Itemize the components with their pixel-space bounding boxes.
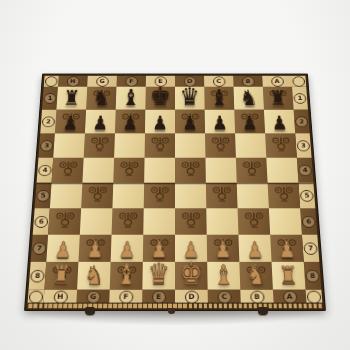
scene: HGFEDCBA1♜ ♞♝ ♚♛ ♝♞ ♜12: [0, 0, 350, 350]
light-rook-a8[interactable]: ♜: [272, 264, 306, 289]
square-e3[interactable]: [145, 133, 175, 157]
light-pawn-f7[interactable]: ♟: [111, 239, 144, 261]
burned-folk-motif-icon: [178, 160, 202, 179]
corner-medallion: [45, 76, 58, 86]
border-cell-2: 2: [294, 110, 310, 134]
square-b2[interactable]: ♟: [234, 110, 265, 134]
square-a3[interactable]: [265, 133, 297, 157]
border-cell-1: 1: [42, 87, 58, 110]
board-fold-seam: [36, 183, 313, 185]
burned-folk-motif-icon: [269, 136, 294, 155]
coord-label: 7: [32, 242, 46, 254]
border-cell-G: G: [76, 290, 109, 304]
border-cell-A: A: [262, 76, 292, 87]
dark-pawn-g2[interactable]: ♟: [85, 114, 116, 133]
square-d5[interactable]: [175, 183, 206, 209]
border-cell-6: 6: [300, 208, 317, 234]
square-d1[interactable]: ♛: [175, 87, 205, 110]
burned-folk-motif-icon: [117, 160, 141, 179]
board-hinge: [168, 308, 175, 314]
square-a6[interactable]: [269, 208, 302, 234]
square-f3[interactable]: [114, 133, 145, 157]
square-a7[interactable]: ♟: [270, 235, 304, 262]
coord-label: D: [184, 290, 198, 303]
border-cell-5: 5: [35, 183, 52, 209]
coord-label: 3: [40, 140, 54, 151]
square-d4[interactable]: [175, 158, 206, 183]
coord-label: H: [53, 290, 68, 303]
burned-folk-motif-icon: [87, 136, 111, 155]
square-f1[interactable]: ♝: [116, 87, 146, 110]
burned-folk-motif-icon: [271, 185, 296, 205]
square-f8[interactable]: ♝: [110, 262, 143, 290]
board-corner: [44, 76, 59, 87]
square-d3[interactable]: [175, 133, 205, 157]
square-d2[interactable]: ♟: [175, 110, 205, 134]
corner-medallion: [307, 290, 322, 303]
square-h7[interactable]: ♟: [46, 235, 80, 262]
border-cell-A: A: [273, 290, 307, 304]
square-a1[interactable]: ♜: [263, 87, 294, 110]
coord-label: 8: [305, 269, 320, 282]
square-c8[interactable]: ♝: [207, 262, 240, 290]
square-a8[interactable]: ♜: [272, 262, 306, 290]
border-cell-7: 7: [302, 235, 319, 262]
burned-folk-motif-icon: [148, 136, 172, 155]
square-f4[interactable]: [113, 158, 144, 183]
coord-label: 4: [298, 164, 312, 175]
corner-medallion: [292, 76, 305, 86]
square-e1[interactable]: ♚: [145, 87, 175, 110]
dark-rook-a1[interactable]: ♜: [263, 89, 294, 110]
coord-label: 2: [42, 116, 55, 127]
burned-folk-motif-icon: [178, 211, 203, 232]
light-pawn-b7[interactable]: ♟: [239, 239, 272, 261]
dark-pawn-c2[interactable]: ♟: [205, 114, 235, 133]
square-b3[interactable]: [235, 133, 266, 157]
coord-label: 6: [302, 215, 316, 227]
light-knight-g8[interactable]: ♞: [77, 263, 111, 289]
dark-rook-h1[interactable]: ♜: [56, 89, 87, 110]
square-h2[interactable]: ♟: [55, 110, 86, 134]
square-b6[interactable]: [238, 208, 271, 234]
dark-bishop-f1[interactable]: ♝: [116, 87, 146, 110]
square-g1[interactable]: ♞: [86, 87, 116, 110]
dark-pawn-d2[interactable]: ♟: [175, 114, 205, 133]
border-cell-H: H: [58, 76, 88, 87]
square-c2[interactable]: ♟: [205, 110, 235, 134]
dark-queen-d1[interactable]: ♛: [175, 85, 205, 110]
dark-pawn-e2[interactable]: ♟: [145, 114, 175, 133]
square-h6[interactable]: [48, 208, 81, 234]
square-g2[interactable]: ♟: [85, 110, 116, 134]
coord-label: A: [271, 76, 284, 86]
border-cell-D: D: [175, 290, 208, 304]
dark-pawn-f2[interactable]: ♟: [115, 114, 145, 133]
square-d6[interactable]: [175, 208, 207, 234]
coord-label: 7: [303, 242, 317, 254]
square-f6[interactable]: [112, 208, 144, 234]
coord-label: 4: [38, 164, 52, 175]
burned-folk-motif-icon: [241, 211, 266, 232]
square-b8[interactable]: ♞: [239, 262, 273, 290]
square-h8[interactable]: ♜: [44, 262, 78, 290]
dark-pawn-a2[interactable]: ♟: [264, 114, 295, 133]
coord-label: 8: [30, 269, 45, 282]
square-c5[interactable]: [206, 183, 238, 209]
coord-label: C: [217, 290, 231, 303]
burned-folk-motif-icon: [147, 185, 171, 205]
square-c6[interactable]: [206, 208, 238, 234]
border-cell-3: 3: [38, 133, 54, 157]
border-cell-C: C: [208, 290, 241, 304]
coord-label: E: [152, 290, 166, 303]
board-grid: HGFEDCBA1♜ ♞♝ ♚♛ ♝♞ ♜12: [28, 76, 323, 304]
dark-pawn-h2[interactable]: ♟: [55, 114, 86, 133]
square-b7[interactable]: ♟: [238, 235, 271, 262]
square-g5[interactable]: [81, 183, 113, 209]
board-foot-right: [258, 307, 268, 315]
square-e2[interactable]: ♟: [145, 110, 175, 134]
square-b4[interactable]: [236, 158, 268, 183]
square-g4[interactable]: [82, 158, 114, 183]
perspective-wrapper: HGFEDCBA1♜ ♞♝ ♚♛ ♝♞ ♜12: [24, 74, 326, 311]
board-corner: [306, 290, 323, 304]
border-cell-8: 8: [29, 262, 47, 290]
light-bishop-f8[interactable]: ♝: [110, 262, 143, 289]
burned-folk-motif-icon: [52, 211, 78, 232]
coord-label: 1: [293, 93, 306, 103]
square-e5[interactable]: [144, 183, 175, 209]
square-e6[interactable]: [143, 208, 175, 234]
light-king-d8[interactable]: ♚: [175, 258, 208, 289]
coord-label: 1: [43, 93, 56, 103]
border-cell-4: 4: [37, 158, 54, 183]
square-h5[interactable]: [50, 183, 83, 209]
border-cell-H: H: [43, 290, 77, 304]
light-bishop-c8[interactable]: ♝: [207, 262, 240, 289]
border-cell-F: F: [109, 290, 142, 304]
square-a2[interactable]: ♟: [264, 110, 295, 134]
light-pawn-c7[interactable]: ♟: [207, 239, 240, 261]
border-cell-7: 7: [31, 235, 48, 262]
light-pawn-g7[interactable]: ♟: [78, 239, 111, 261]
square-c1[interactable]: ♝: [204, 87, 234, 110]
coord-label: 2: [295, 116, 308, 127]
square-d8[interactable]: ♚: [175, 262, 208, 290]
burned-folk-motif-icon: [209, 185, 234, 205]
board-foot-left: [85, 307, 95, 315]
burned-folk-motif-icon: [239, 160, 264, 179]
square-b1[interactable]: ♞: [234, 87, 264, 110]
border-cell-E: E: [142, 290, 175, 304]
square-h4[interactable]: [52, 158, 84, 183]
border-cell-1: 1: [292, 87, 308, 110]
border-cell-3: 3: [295, 133, 311, 157]
burned-folk-motif-icon: [55, 160, 80, 179]
square-f2[interactable]: ♟: [115, 110, 145, 134]
square-e4[interactable]: [144, 158, 175, 183]
dark-king-e1[interactable]: ♚: [145, 84, 175, 109]
border-cell-2: 2: [40, 110, 56, 134]
border-cell-8: 8: [304, 262, 322, 290]
coord-label: A: [282, 290, 297, 303]
square-g6[interactable]: [80, 208, 113, 234]
light-queen-e8[interactable]: ♛: [142, 259, 175, 289]
dark-knight-g1[interactable]: ♞: [86, 88, 116, 110]
light-pawn-h7[interactable]: ♟: [46, 239, 79, 261]
board-corner: [28, 290, 45, 304]
coord-label: H: [66, 76, 79, 86]
coord-label: 5: [300, 190, 314, 202]
border-cell-B: B: [240, 290, 273, 304]
light-rook-h8[interactable]: ♜: [44, 264, 78, 289]
border-cell-4: 4: [297, 158, 314, 183]
border-cell-5: 5: [298, 183, 315, 209]
square-f5[interactable]: [112, 183, 144, 209]
square-f7[interactable]: ♟: [111, 235, 144, 262]
square-e8[interactable]: ♛: [142, 262, 175, 290]
square-c3[interactable]: [205, 133, 236, 157]
square-a5[interactable]: [268, 183, 301, 209]
square-g3[interactable]: [84, 133, 115, 157]
dark-bishop-c1[interactable]: ♝: [204, 87, 234, 110]
dark-knight-b1[interactable]: ♞: [234, 88, 264, 110]
coord-label: 5: [36, 190, 50, 202]
square-h1[interactable]: ♜: [56, 87, 87, 110]
coord-label: 6: [34, 215, 48, 227]
light-pawn-a7[interactable]: ♟: [270, 239, 303, 261]
light-knight-b8[interactable]: ♞: [239, 263, 273, 289]
square-a4[interactable]: [266, 158, 298, 183]
chess-board: HGFEDCBA1♜ ♞♝ ♚♛ ♝♞ ♜12: [24, 74, 326, 311]
board-corner: [291, 76, 306, 87]
square-b5[interactable]: [237, 183, 269, 209]
coord-label: B: [250, 290, 264, 303]
square-g7[interactable]: ♟: [78, 235, 111, 262]
coord-label: G: [86, 290, 100, 303]
square-h3[interactable]: [53, 133, 85, 157]
burned-folk-motif-icon: [208, 136, 232, 155]
corner-medallion: [29, 290, 44, 303]
border-cell-6: 6: [33, 208, 50, 234]
coord-label: F: [119, 290, 133, 303]
burned-folk-motif-icon: [115, 211, 140, 232]
dark-pawn-b2[interactable]: ♟: [234, 114, 265, 133]
square-g8[interactable]: ♞: [77, 262, 111, 290]
burned-folk-motif-icon: [85, 185, 110, 205]
photo-canvas: { "game": "chess", "scene": "handcrafted…: [0, 0, 350, 350]
coord-label: 3: [297, 140, 311, 151]
square-c7[interactable]: ♟: [207, 235, 240, 262]
square-c4[interactable]: [205, 158, 236, 183]
